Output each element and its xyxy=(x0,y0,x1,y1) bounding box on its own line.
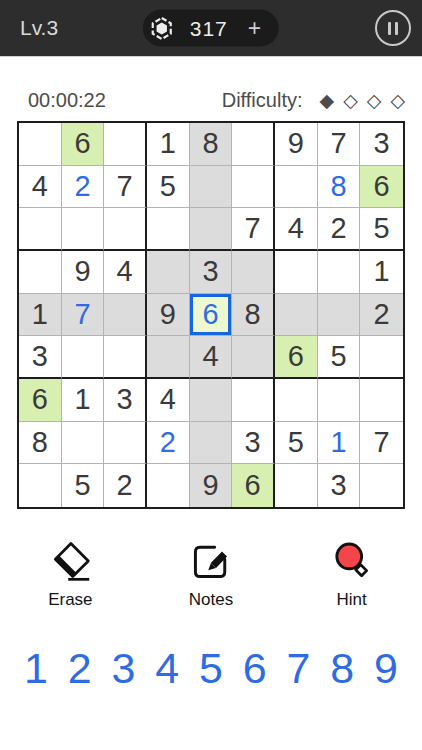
cell-r6c4[interactable] xyxy=(147,336,190,379)
erase-label: Erase xyxy=(48,590,92,610)
cell-r6c6[interactable] xyxy=(232,336,275,379)
cell-r2c2[interactable]: 2 xyxy=(62,166,105,209)
numpad-2[interactable]: 2 xyxy=(68,647,92,690)
cell-r5c2[interactable]: 7 xyxy=(62,294,105,337)
numpad-4[interactable]: 4 xyxy=(155,647,179,690)
cell-r7c1[interactable]: 6 xyxy=(19,379,62,422)
pause-icon xyxy=(388,22,391,35)
cell-r9c5[interactable]: 9 xyxy=(190,464,233,507)
cell-r7c9[interactable] xyxy=(360,379,403,422)
difficulty-label: Difficulty: xyxy=(222,89,303,112)
cell-r7c2[interactable]: 1 xyxy=(62,379,105,422)
cell-r9c4[interactable] xyxy=(147,464,190,507)
cell-r4c2[interactable]: 9 xyxy=(62,251,105,294)
cell-r4c9[interactable]: 1 xyxy=(360,251,403,294)
cell-r9c1[interactable] xyxy=(19,464,62,507)
cell-r7c8[interactable] xyxy=(318,379,361,422)
cell-r4c1[interactable] xyxy=(19,251,62,294)
hint-magnifier-icon xyxy=(330,539,374,583)
cell-r9c7[interactable] xyxy=(275,464,318,507)
numpad-6[interactable]: 6 xyxy=(243,647,267,690)
cell-r9c6[interactable]: 6 xyxy=(232,464,275,507)
cell-r5c1[interactable]: 1 xyxy=(19,294,62,337)
cell-r9c3[interactable]: 2 xyxy=(104,464,147,507)
cell-r8c5[interactable] xyxy=(190,422,233,465)
cell-r6c1[interactable]: 3 xyxy=(19,336,62,379)
level-label: Lv.3 xyxy=(20,16,58,40)
cell-r2c4[interactable]: 5 xyxy=(147,166,190,209)
numpad-1[interactable]: 1 xyxy=(24,647,48,690)
cell-r4c5[interactable]: 3 xyxy=(190,251,233,294)
cell-r1c5[interactable]: 8 xyxy=(190,123,233,166)
cell-r2c5[interactable] xyxy=(190,166,233,209)
difficulty-diamond-empty: ◇ xyxy=(367,89,382,112)
cell-r2c8[interactable]: 8 xyxy=(318,166,361,209)
numpad-3[interactable]: 3 xyxy=(112,647,136,690)
cell-r3c7[interactable]: 4 xyxy=(275,208,318,251)
cell-r8c7[interactable]: 5 xyxy=(275,422,318,465)
top-bar: Lv.3 317 + xyxy=(0,0,422,57)
cell-r1c7[interactable]: 9 xyxy=(275,123,318,166)
eraser-icon xyxy=(48,539,92,583)
cell-r4c3[interactable]: 4 xyxy=(104,251,147,294)
cell-r2c7[interactable] xyxy=(275,166,318,209)
cell-r5c8[interactable] xyxy=(318,294,361,337)
cell-r7c6[interactable] xyxy=(232,379,275,422)
cell-r1c2[interactable]: 6 xyxy=(62,123,105,166)
cell-r5c6[interactable]: 8 xyxy=(232,294,275,337)
cell-r6c5[interactable]: 4 xyxy=(190,336,233,379)
cell-r1c9[interactable]: 3 xyxy=(360,123,403,166)
coin-pill[interactable]: 317 + xyxy=(143,10,279,47)
notes-label: Notes xyxy=(189,590,233,610)
cell-r4c7[interactable] xyxy=(275,251,318,294)
timer: 00:00:22 xyxy=(28,89,106,112)
cell-r3c6[interactable]: 7 xyxy=(232,208,275,251)
cell-r7c5[interactable] xyxy=(190,379,233,422)
sudoku-board: 6189734275867425943117968234656134823517… xyxy=(17,121,405,509)
cell-r3c2[interactable] xyxy=(62,208,105,251)
difficulty: Difficulty: ◆ ◇ ◇ ◇ xyxy=(222,89,405,112)
difficulty-diamond-empty: ◇ xyxy=(343,89,358,112)
cell-r1c4[interactable]: 1 xyxy=(147,123,190,166)
cell-r3c1[interactable] xyxy=(19,208,62,251)
cell-r8c4[interactable]: 2 xyxy=(147,422,190,465)
cell-r8c9[interactable]: 7 xyxy=(360,422,403,465)
cell-r8c1[interactable]: 8 xyxy=(19,422,62,465)
cell-r6c7[interactable]: 6 xyxy=(275,336,318,379)
cell-r2c1[interactable]: 4 xyxy=(19,166,62,209)
gem-icon xyxy=(150,16,174,40)
cell-r6c8[interactable]: 5 xyxy=(318,336,361,379)
cell-r5c7[interactable] xyxy=(275,294,318,337)
pause-button[interactable] xyxy=(375,10,411,46)
add-coins-button[interactable]: + xyxy=(248,17,261,40)
cell-r5c9[interactable]: 2 xyxy=(360,294,403,337)
cell-r3c5[interactable] xyxy=(190,208,233,251)
cell-r5c3[interactable] xyxy=(104,294,147,337)
pause-icon xyxy=(395,22,398,35)
numpad-5[interactable]: 5 xyxy=(199,647,223,690)
cell-r6c9[interactable] xyxy=(360,336,403,379)
difficulty-diamond-filled: ◆ xyxy=(320,89,335,112)
cell-r1c1[interactable] xyxy=(19,123,62,166)
difficulty-diamond-empty: ◇ xyxy=(390,89,405,112)
cell-r1c6[interactable] xyxy=(232,123,275,166)
controls-row: Erase Notes Hint xyxy=(0,538,422,611)
cell-r9c8[interactable]: 3 xyxy=(318,464,361,507)
hint-button[interactable]: Hint xyxy=(281,538,422,611)
number-pad: 1 2 3 4 5 6 7 8 9 xyxy=(0,647,422,690)
erase-button[interactable]: Erase xyxy=(0,538,141,611)
cell-r2c3[interactable]: 7 xyxy=(104,166,147,209)
cell-r3c4[interactable] xyxy=(147,208,190,251)
cell-r8c8[interactable]: 1 xyxy=(318,422,361,465)
cell-r7c7[interactable] xyxy=(275,379,318,422)
cell-r1c8[interactable]: 7 xyxy=(318,123,361,166)
cell-r9c2[interactable]: 5 xyxy=(62,464,105,507)
cell-r8c2[interactable] xyxy=(62,422,105,465)
cell-r8c6[interactable]: 3 xyxy=(232,422,275,465)
hint-label: Hint xyxy=(337,590,367,610)
numpad-8[interactable]: 8 xyxy=(330,647,354,690)
cell-r6c3[interactable] xyxy=(104,336,147,379)
cell-r2c6[interactable] xyxy=(232,166,275,209)
cell-r3c9[interactable]: 5 xyxy=(360,208,403,251)
cell-r4c4[interactable] xyxy=(147,251,190,294)
notes-button[interactable]: Notes xyxy=(141,538,282,611)
cell-r7c3[interactable]: 3 xyxy=(104,379,147,422)
cell-r5c4[interactable]: 9 xyxy=(147,294,190,337)
cell-r7c4[interactable]: 4 xyxy=(147,379,190,422)
numpad-9[interactable]: 9 xyxy=(374,647,398,690)
coin-count: 317 xyxy=(190,16,228,40)
cell-r1c3[interactable] xyxy=(104,123,147,166)
cell-r3c8[interactable]: 2 xyxy=(318,208,361,251)
cell-r2c9[interactable]: 6 xyxy=(360,166,403,209)
numpad-7[interactable]: 7 xyxy=(287,647,311,690)
cell-r4c6[interactable] xyxy=(232,251,275,294)
cell-r3c3[interactable] xyxy=(104,208,147,251)
cell-r8c3[interactable] xyxy=(104,422,147,465)
notes-pencil-icon xyxy=(189,539,233,583)
cell-r4c8[interactable] xyxy=(318,251,361,294)
cell-r6c2[interactable] xyxy=(62,336,105,379)
status-row: 00:00:22 Difficulty: ◆ ◇ ◇ ◇ xyxy=(28,89,405,112)
cell-r5c5[interactable]: 6 xyxy=(190,294,233,337)
cell-r9c9[interactable] xyxy=(360,464,403,507)
